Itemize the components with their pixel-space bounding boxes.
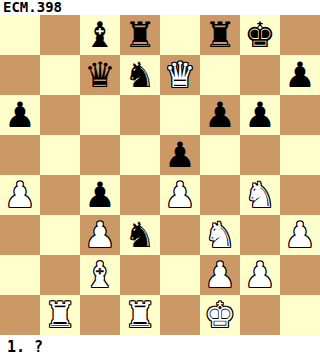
black-knight[interactable]: ♞ bbox=[120, 215, 160, 255]
white-king[interactable]: ♚ bbox=[200, 295, 240, 335]
black-pawn[interactable]: ♟ bbox=[280, 55, 320, 95]
white-pawn[interactable]: ♟ bbox=[80, 215, 120, 255]
square-h7[interactable]: ♟ bbox=[280, 55, 320, 95]
white-pawn[interactable]: ♟ bbox=[280, 215, 320, 255]
square-g4[interactable]: ♞ bbox=[240, 175, 280, 215]
chess-board: ♝♜♜♚♛♞♛♟♟♟♟♟♟♟♟♞♟♞♞♟♝♟♟♜♜♚ bbox=[0, 15, 320, 335]
square-e1[interactable] bbox=[160, 295, 200, 335]
square-b4[interactable] bbox=[40, 175, 80, 215]
square-f5[interactable] bbox=[200, 135, 240, 175]
square-a4[interactable]: ♟ bbox=[0, 175, 40, 215]
black-queen[interactable]: ♛ bbox=[80, 55, 120, 95]
square-g1[interactable] bbox=[240, 295, 280, 335]
black-pawn[interactable]: ♟ bbox=[200, 95, 240, 135]
square-b2[interactable] bbox=[40, 255, 80, 295]
square-c1[interactable] bbox=[80, 295, 120, 335]
square-d8[interactable]: ♜ bbox=[120, 15, 160, 55]
square-g8[interactable]: ♚ bbox=[240, 15, 280, 55]
white-rook[interactable]: ♜ bbox=[120, 295, 160, 335]
square-c4[interactable]: ♟ bbox=[80, 175, 120, 215]
square-e3[interactable] bbox=[160, 215, 200, 255]
square-f7[interactable] bbox=[200, 55, 240, 95]
square-c3[interactable]: ♟ bbox=[80, 215, 120, 255]
square-e6[interactable] bbox=[160, 95, 200, 135]
square-h1[interactable] bbox=[280, 295, 320, 335]
square-a2[interactable] bbox=[0, 255, 40, 295]
square-f1[interactable]: ♚ bbox=[200, 295, 240, 335]
square-g6[interactable]: ♟ bbox=[240, 95, 280, 135]
square-b8[interactable] bbox=[40, 15, 80, 55]
white-knight[interactable]: ♞ bbox=[240, 175, 280, 215]
square-f6[interactable]: ♟ bbox=[200, 95, 240, 135]
square-f4[interactable] bbox=[200, 175, 240, 215]
square-e5[interactable]: ♟ bbox=[160, 135, 200, 175]
square-c2[interactable]: ♝ bbox=[80, 255, 120, 295]
black-pawn[interactable]: ♟ bbox=[240, 95, 280, 135]
black-rook[interactable]: ♜ bbox=[120, 15, 160, 55]
black-king[interactable]: ♚ bbox=[240, 15, 280, 55]
square-c6[interactable] bbox=[80, 95, 120, 135]
square-d4[interactable] bbox=[120, 175, 160, 215]
square-b3[interactable] bbox=[40, 215, 80, 255]
square-a8[interactable] bbox=[0, 15, 40, 55]
square-d2[interactable] bbox=[120, 255, 160, 295]
white-pawn[interactable]: ♟ bbox=[200, 255, 240, 295]
square-c7[interactable]: ♛ bbox=[80, 55, 120, 95]
square-b5[interactable] bbox=[40, 135, 80, 175]
square-g7[interactable] bbox=[240, 55, 280, 95]
white-pawn[interactable]: ♟ bbox=[160, 175, 200, 215]
white-pawn[interactable]: ♟ bbox=[0, 175, 40, 215]
square-d7[interactable]: ♞ bbox=[120, 55, 160, 95]
square-h5[interactable] bbox=[280, 135, 320, 175]
square-f3[interactable]: ♞ bbox=[200, 215, 240, 255]
square-a6[interactable]: ♟ bbox=[0, 95, 40, 135]
square-g2[interactable]: ♟ bbox=[240, 255, 280, 295]
black-rook[interactable]: ♜ bbox=[200, 15, 240, 55]
square-a5[interactable] bbox=[0, 135, 40, 175]
black-pawn[interactable]: ♟ bbox=[0, 95, 40, 135]
square-d6[interactable] bbox=[120, 95, 160, 135]
square-d1[interactable]: ♜ bbox=[120, 295, 160, 335]
black-bishop[interactable]: ♝ bbox=[80, 15, 120, 55]
square-h3[interactable]: ♟ bbox=[280, 215, 320, 255]
black-pawn[interactable]: ♟ bbox=[160, 135, 200, 175]
white-pawn[interactable]: ♟ bbox=[240, 255, 280, 295]
square-h8[interactable] bbox=[280, 15, 320, 55]
white-rook[interactable]: ♜ bbox=[40, 295, 80, 335]
white-bishop[interactable]: ♝ bbox=[80, 255, 120, 295]
square-h4[interactable] bbox=[280, 175, 320, 215]
square-h6[interactable] bbox=[280, 95, 320, 135]
square-d3[interactable]: ♞ bbox=[120, 215, 160, 255]
white-queen[interactable]: ♛ bbox=[160, 55, 200, 95]
square-e4[interactable]: ♟ bbox=[160, 175, 200, 215]
square-e7[interactable]: ♛ bbox=[160, 55, 200, 95]
square-f2[interactable]: ♟ bbox=[200, 255, 240, 295]
square-a7[interactable] bbox=[0, 55, 40, 95]
square-e8[interactable] bbox=[160, 15, 200, 55]
square-g3[interactable] bbox=[240, 215, 280, 255]
square-g5[interactable] bbox=[240, 135, 280, 175]
square-e2[interactable] bbox=[160, 255, 200, 295]
move-prompt: 1. ? bbox=[7, 338, 43, 356]
square-h2[interactable] bbox=[280, 255, 320, 295]
square-a1[interactable] bbox=[0, 295, 40, 335]
square-c8[interactable]: ♝ bbox=[80, 15, 120, 55]
black-knight[interactable]: ♞ bbox=[120, 55, 160, 95]
diagram-title: ECM.398 bbox=[3, 0, 62, 15]
square-a3[interactable] bbox=[0, 215, 40, 255]
square-f8[interactable]: ♜ bbox=[200, 15, 240, 55]
white-knight[interactable]: ♞ bbox=[200, 215, 240, 255]
black-pawn[interactable]: ♟ bbox=[80, 175, 120, 215]
square-b1[interactable]: ♜ bbox=[40, 295, 80, 335]
square-b6[interactable] bbox=[40, 95, 80, 135]
square-d5[interactable] bbox=[120, 135, 160, 175]
square-b7[interactable] bbox=[40, 55, 80, 95]
square-c5[interactable] bbox=[80, 135, 120, 175]
